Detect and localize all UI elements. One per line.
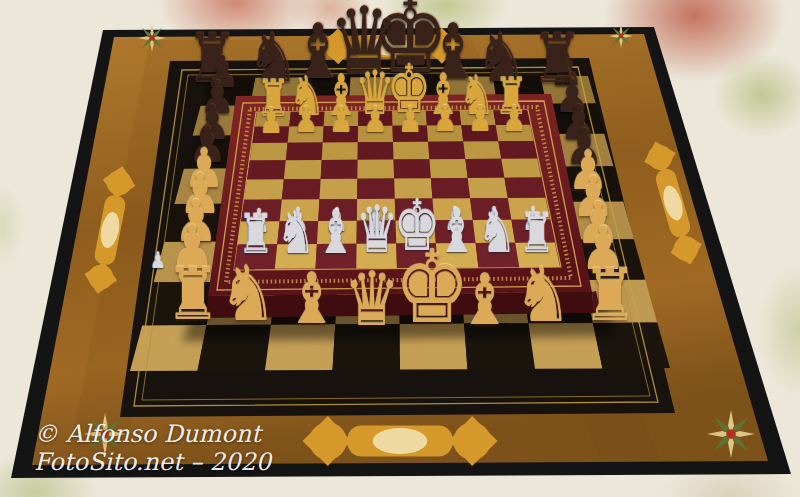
watermark: © Alfonso Dumont FotoSito.net – 2020 — [34, 420, 271, 476]
corner-star-inlay — [609, 24, 633, 48]
watermark-line2: FotoSito.net – 2020 — [34, 448, 271, 476]
corner-star-inlay — [707, 410, 755, 458]
watermark-line1: © Alfonso Dumont — [34, 420, 271, 448]
corner-star-inlay — [138, 24, 166, 52]
chess-photo-scene: ♜♞♝♛♚♝♞♜♟♟♟♟♟♟♟♟♟♟♟♟♟♟♟♟♜♞♝♛♚♝♞♜♜♞♝♛♚♝♞♜… — [0, 0, 800, 497]
